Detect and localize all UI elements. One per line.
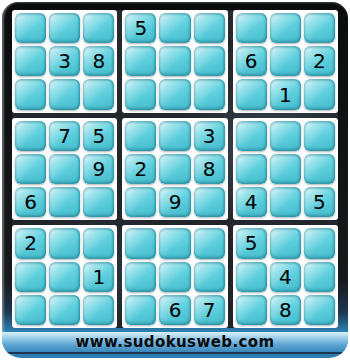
cell-r1c8[interactable] [270,13,301,43]
cell-r3c4[interactable] [125,79,156,109]
cell-r7c9[interactable] [304,228,335,258]
cell-r7c4[interactable] [125,228,156,258]
cell-r8c3[interactable]: 1 [83,262,114,292]
cell-r6c5[interactable]: 9 [159,187,190,217]
cell-r7c3[interactable] [83,228,114,258]
cell-r4c4[interactable] [125,121,156,151]
cell-r2c3[interactable]: 8 [83,46,114,76]
box-2-1: 7596 [12,118,117,221]
cell-r2c2[interactable]: 3 [49,46,80,76]
cell-r2c9[interactable]: 2 [304,46,335,76]
cell-r1c2[interactable] [49,13,80,43]
cell-r6c6[interactable] [194,187,225,217]
cell-r3c3[interactable] [83,79,114,109]
cell-r3c5[interactable] [159,79,190,109]
cell-r3c1[interactable] [15,79,46,109]
cell-r7c1[interactable]: 2 [15,228,46,258]
cell-r8c2[interactable] [49,262,80,292]
cell-r5c6[interactable]: 8 [194,154,225,184]
box-3-1: 21 [12,225,117,328]
cell-r4c3[interactable]: 5 [83,121,114,151]
cell-r6c8[interactable] [270,187,301,217]
cell-r7c8[interactable] [270,228,301,258]
cell-r5c9[interactable] [304,154,335,184]
cell-r1c7[interactable] [236,13,267,43]
sudoku-grid: 38562175963289452167548 [12,10,338,328]
cell-r8c8[interactable]: 4 [270,262,301,292]
cell-r4c8[interactable] [270,121,301,151]
cell-r5c2[interactable] [49,154,80,184]
cell-r1c9[interactable] [304,13,335,43]
cell-r5c4[interactable]: 2 [125,154,156,184]
cell-r6c1[interactable]: 6 [15,187,46,217]
cell-r1c4[interactable]: 5 [125,13,156,43]
cell-r4c1[interactable] [15,121,46,151]
cell-r8c7[interactable] [236,262,267,292]
box-2-3: 45 [233,118,338,221]
cell-r2c4[interactable] [125,46,156,76]
site-url: www.sudokusweb.com [75,333,274,351]
cell-r9c6[interactable]: 7 [194,295,225,325]
sudoku-board-frame: 38562175963289452167548 www.sudokusweb.c… [2,2,348,358]
cell-r8c1[interactable] [15,262,46,292]
cell-r6c3[interactable] [83,187,114,217]
cell-r5c3[interactable]: 9 [83,154,114,184]
box-1-1: 38 [12,10,117,113]
cell-r6c9[interactable]: 5 [304,187,335,217]
cell-r6c4[interactable] [125,187,156,217]
cell-r1c6[interactable] [194,13,225,43]
cell-r5c7[interactable] [236,154,267,184]
cell-r3c6[interactable] [194,79,225,109]
cell-r9c4[interactable] [125,295,156,325]
cell-r7c7[interactable]: 5 [236,228,267,258]
cell-r4c5[interactable] [159,121,190,151]
cell-r5c8[interactable] [270,154,301,184]
box-3-3: 548 [233,225,338,328]
cell-r3c9[interactable] [304,79,335,109]
cell-r6c7[interactable]: 4 [236,187,267,217]
cell-r2c6[interactable] [194,46,225,76]
cell-r8c9[interactable] [304,262,335,292]
cell-r1c3[interactable] [83,13,114,43]
cell-r9c9[interactable] [304,295,335,325]
cell-r2c1[interactable] [15,46,46,76]
cell-r7c6[interactable] [194,228,225,258]
cell-r4c6[interactable]: 3 [194,121,225,151]
cell-r2c8[interactable] [270,46,301,76]
cell-r2c7[interactable]: 6 [236,46,267,76]
cell-r5c5[interactable] [159,154,190,184]
cell-r4c2[interactable]: 7 [49,121,80,151]
cell-r3c7[interactable] [236,79,267,109]
cell-r5c1[interactable] [15,154,46,184]
cell-r7c2[interactable] [49,228,80,258]
cell-r9c2[interactable] [49,295,80,325]
cell-r8c4[interactable] [125,262,156,292]
cell-r2c5[interactable] [159,46,190,76]
box-2-2: 3289 [122,118,227,221]
cell-r4c7[interactable] [236,121,267,151]
site-footer: www.sudokusweb.com [2,332,348,354]
cell-r6c2[interactable] [49,187,80,217]
cell-r9c3[interactable] [83,295,114,325]
cell-r9c8[interactable]: 8 [270,295,301,325]
box-1-3: 621 [233,10,338,113]
cell-r3c2[interactable] [49,79,80,109]
cell-r8c6[interactable] [194,262,225,292]
box-1-2: 5 [122,10,227,113]
cell-r8c5[interactable] [159,262,190,292]
cell-r9c5[interactable]: 6 [159,295,190,325]
cell-r9c1[interactable] [15,295,46,325]
cell-r4c9[interactable] [304,121,335,151]
cell-r3c8[interactable]: 1 [270,79,301,109]
cell-r1c5[interactable] [159,13,190,43]
cell-r7c5[interactable] [159,228,190,258]
cell-r1c1[interactable] [15,13,46,43]
box-3-2: 67 [122,225,227,328]
cell-r9c7[interactable] [236,295,267,325]
